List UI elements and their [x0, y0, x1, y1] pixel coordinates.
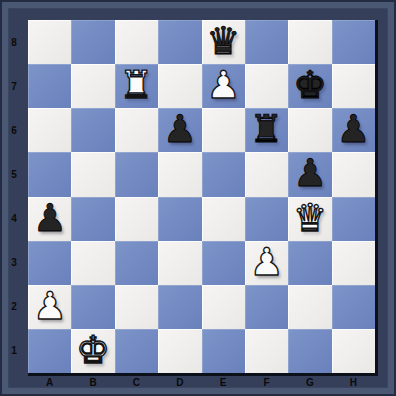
square-h6[interactable]: ♟ [332, 108, 375, 152]
square-b4[interactable] [71, 197, 114, 241]
square-b6[interactable] [71, 108, 114, 152]
square-c2[interactable] [115, 285, 158, 329]
white-queen[interactable]: ♛ [293, 199, 327, 237]
rank-label-7: 7 [0, 64, 28, 108]
square-h4[interactable] [332, 197, 375, 241]
rank-label-1: 1 [0, 329, 28, 373]
chess-board: ♛♜♟♚♟♜♟♟♟♛♟♟♚ [28, 20, 378, 376]
square-h2[interactable] [332, 285, 375, 329]
square-g5[interactable]: ♟ [288, 152, 331, 196]
square-f4[interactable] [245, 197, 288, 241]
chess-diagram-frame: 87654321 ♛♜♟♚♟♜♟♟♟♛♟♟♚ ABCDEFGH [0, 0, 396, 396]
square-h5[interactable] [332, 152, 375, 196]
square-f6[interactable]: ♜ [245, 108, 288, 152]
square-a1[interactable] [28, 329, 71, 373]
square-a8[interactable] [28, 20, 71, 64]
square-c8[interactable] [115, 20, 158, 64]
square-e3[interactable] [202, 241, 245, 285]
square-f7[interactable] [245, 64, 288, 108]
square-d7[interactable] [158, 64, 201, 108]
file-label-c: C [115, 375, 158, 390]
square-e7[interactable]: ♟ [202, 64, 245, 108]
file-label-g: G [288, 375, 331, 390]
square-b7[interactable] [71, 64, 114, 108]
square-a7[interactable] [28, 64, 71, 108]
square-a3[interactable] [28, 241, 71, 285]
square-a6[interactable] [28, 108, 71, 152]
rank-labels: 87654321 [0, 20, 28, 373]
square-h3[interactable] [332, 241, 375, 285]
black-king[interactable]: ♚ [293, 66, 327, 104]
square-e8[interactable]: ♛ [202, 20, 245, 64]
square-g8[interactable] [288, 20, 331, 64]
rank-label-5: 5 [0, 152, 28, 196]
square-c3[interactable] [115, 241, 158, 285]
square-e6[interactable] [202, 108, 245, 152]
rank-label-3: 3 [0, 241, 28, 285]
square-d5[interactable] [158, 152, 201, 196]
square-a4[interactable]: ♟ [28, 197, 71, 241]
black-rook[interactable]: ♜ [250, 110, 284, 148]
square-g6[interactable] [288, 108, 331, 152]
square-c4[interactable] [115, 197, 158, 241]
square-d8[interactable] [158, 20, 201, 64]
square-c5[interactable] [115, 152, 158, 196]
black-pawn[interactable]: ♟ [336, 110, 370, 148]
white-rook[interactable]: ♜ [119, 66, 153, 104]
white-king[interactable]: ♚ [76, 331, 110, 369]
square-f2[interactable] [245, 285, 288, 329]
square-g2[interactable] [288, 285, 331, 329]
square-b8[interactable] [71, 20, 114, 64]
square-c6[interactable] [115, 108, 158, 152]
rank-label-2: 2 [0, 285, 28, 329]
square-g3[interactable] [288, 241, 331, 285]
black-pawn[interactable]: ♟ [163, 110, 197, 148]
rank-label-4: 4 [0, 197, 28, 241]
file-label-e: E [202, 375, 245, 390]
square-d4[interactable] [158, 197, 201, 241]
square-f5[interactable] [245, 152, 288, 196]
square-h7[interactable] [332, 64, 375, 108]
square-f8[interactable] [245, 20, 288, 64]
square-a5[interactable] [28, 152, 71, 196]
square-c7[interactable]: ♜ [115, 64, 158, 108]
square-e1[interactable] [202, 329, 245, 373]
square-f1[interactable] [245, 329, 288, 373]
square-g1[interactable] [288, 329, 331, 373]
square-e5[interactable] [202, 152, 245, 196]
square-b1[interactable]: ♚ [71, 329, 114, 373]
file-label-a: A [28, 375, 71, 390]
white-pawn[interactable]: ♟ [250, 243, 284, 281]
square-d6[interactable]: ♟ [158, 108, 201, 152]
square-b2[interactable] [71, 285, 114, 329]
square-g4[interactable]: ♛ [288, 197, 331, 241]
rank-label-6: 6 [0, 108, 28, 152]
file-label-b: B [71, 375, 114, 390]
square-f3[interactable]: ♟ [245, 241, 288, 285]
file-label-h: H [332, 375, 375, 390]
file-label-f: F [245, 375, 288, 390]
square-h8[interactable] [332, 20, 375, 64]
square-g7[interactable]: ♚ [288, 64, 331, 108]
square-h1[interactable] [332, 329, 375, 373]
file-label-d: D [158, 375, 201, 390]
black-pawn[interactable]: ♟ [293, 154, 327, 192]
rank-label-8: 8 [0, 20, 28, 64]
square-d3[interactable] [158, 241, 201, 285]
file-labels: ABCDEFGH [28, 375, 375, 390]
square-c1[interactable] [115, 329, 158, 373]
white-pawn[interactable]: ♟ [206, 66, 240, 104]
white-pawn[interactable]: ♟ [33, 287, 67, 325]
square-b5[interactable] [71, 152, 114, 196]
square-d2[interactable] [158, 285, 201, 329]
black-pawn[interactable]: ♟ [33, 199, 67, 237]
square-b3[interactable] [71, 241, 114, 285]
square-a2[interactable]: ♟ [28, 285, 71, 329]
square-e2[interactable] [202, 285, 245, 329]
square-e4[interactable] [202, 197, 245, 241]
black-queen[interactable]: ♛ [206, 22, 240, 60]
square-d1[interactable] [158, 329, 201, 373]
